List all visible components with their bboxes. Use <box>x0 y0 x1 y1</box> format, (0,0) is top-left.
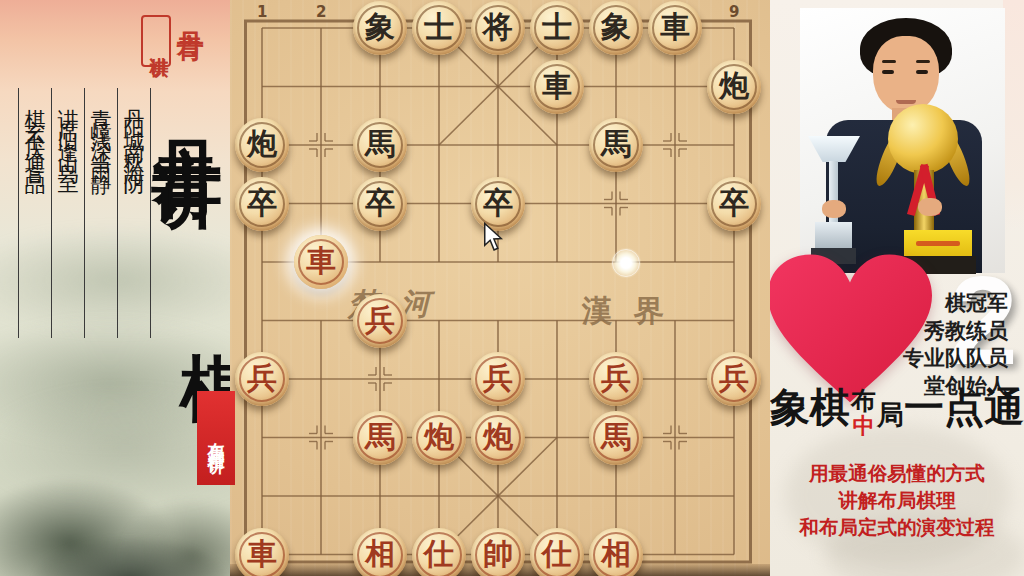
mouse-cursor <box>482 222 504 252</box>
piece-character: 士 <box>542 12 572 42</box>
piece-character: 相 <box>601 539 631 569</box>
video-frame: 丹青 讲棋 丹青讲 棋 丹阳城南秋海阴 青嶂浅深当雨静 讲席旧逢山鸟至 棋玄不厌… <box>0 0 1024 576</box>
tagline-line: 用最通俗易懂的方式 <box>770 460 1024 487</box>
tagline-block: 用最通俗易懂的方式 讲解布局棋理 和布局定式的演变过程 <box>770 460 1024 541</box>
piece-character: 車 <box>306 246 336 276</box>
xiangqi-piece-red[interactable]: 車 <box>294 235 348 289</box>
piece-character: 車 <box>542 71 572 101</box>
xiangqi-piece-black[interactable]: 象 <box>353 1 407 55</box>
river-label-han: 漢界 <box>582 291 686 332</box>
xiangqi-piece-black[interactable]: 車 <box>530 60 584 114</box>
xiangqi-piece-red[interactable]: 兵 <box>235 352 289 406</box>
piece-character: 馬 <box>601 422 631 452</box>
piece-character: 炮 <box>483 422 513 452</box>
xiangqi-piece-red[interactable]: 仕 <box>530 528 584 576</box>
presenter-face <box>916 70 928 74</box>
piece-character: 象 <box>365 12 395 42</box>
panel-edge-tint <box>1003 0 1024 230</box>
piece-character: 兵 <box>483 363 513 393</box>
piece-character: 仕 <box>424 539 454 569</box>
program-title-part: 象棋 <box>770 388 850 428</box>
program-title-part: 一点通 <box>904 388 1024 428</box>
xiangqi-piece-red[interactable]: 兵 <box>707 352 761 406</box>
poem-columns: 丹阳城南秋海阴 青嶂浅深当雨静 讲席旧逢山鸟至 棋玄不厌通高品 <box>18 88 151 338</box>
xiangqi-piece-red[interactable]: 相 <box>589 528 643 576</box>
xiangqi-piece-red[interactable]: 炮 <box>471 411 525 465</box>
column-label: 2 <box>316 3 326 21</box>
xiangqi-piece-red[interactable]: 馬 <box>353 411 407 465</box>
piece-character: 卒 <box>365 188 395 218</box>
piece-character: 卒 <box>483 188 513 218</box>
poem-line: 丹阳城南秋海阴 <box>118 88 151 338</box>
piece-character: 象 <box>601 12 631 42</box>
poem-line: 青嶂浅深当雨静 <box>85 88 118 338</box>
xiangqi-piece-black[interactable]: 将 <box>471 1 525 55</box>
xiangqi-piece-black[interactable]: 卒 <box>235 177 289 231</box>
piece-character: 馬 <box>365 129 395 159</box>
piece-character: 仕 <box>542 539 572 569</box>
presenter-photo <box>800 8 1005 273</box>
xiangqi-piece-black[interactable]: 馬 <box>589 118 643 172</box>
piece-character: 炮 <box>247 129 277 159</box>
piece-character: 兵 <box>365 305 395 335</box>
seal-stamp: 丹青 <box>176 10 203 16</box>
piece-character: 士 <box>424 12 454 42</box>
presenter-face <box>882 70 894 74</box>
poem-line: 棋玄不厌通高品 <box>19 88 52 338</box>
piece-character: 将 <box>483 12 513 42</box>
piece-character: 兵 <box>247 363 277 393</box>
right-promo-panel: 2 棋冠军 秀教练员 专业队队员 堂创始人 象棋 布 中 局 一点通 <box>770 0 1024 576</box>
xiangqi-piece-red[interactable]: 兵 <box>471 352 525 406</box>
piece-character: 兵 <box>601 363 631 393</box>
program-title-seal-char: 中 <box>853 415 875 437</box>
xiangqi-piece-black[interactable]: 車 <box>648 1 702 55</box>
xiangqi-piece-red[interactable]: 帥 <box>471 528 525 576</box>
piece-character: 車 <box>660 12 690 42</box>
xiangqi-piece-black[interactable]: 卒 <box>707 177 761 231</box>
presenter-hand <box>918 198 942 216</box>
xiangqi-board[interactable]: 楚河 漢界 123456789象士将士象車車炮炮馬馬卒卒卒卒車兵兵兵兵兵馬炮炮馬… <box>230 0 770 576</box>
xiangqi-piece-black[interactable]: 卒 <box>353 177 407 231</box>
crystal-trophy <box>815 222 852 248</box>
xiangqi-piece-black[interactable]: 士 <box>412 1 466 55</box>
piece-character: 炮 <box>424 422 454 452</box>
xiangqi-piece-red[interactable]: 炮 <box>412 411 466 465</box>
presenter-face <box>882 60 896 63</box>
piece-character: 卒 <box>247 188 277 218</box>
series-banner: 布局精讲 <box>197 391 235 485</box>
piece-character: 馬 <box>601 129 631 159</box>
program-title-part: 布 中 <box>851 388 876 437</box>
program-title: 象棋 布 中 局 一点通 <box>770 388 1024 437</box>
piece-character: 馬 <box>365 422 395 452</box>
column-label: 9 <box>729 3 739 21</box>
presenter-face <box>916 60 930 63</box>
xiangqi-piece-red[interactable]: 相 <box>353 528 407 576</box>
presenter-face <box>896 100 916 104</box>
xiangqi-piece-red[interactable]: 兵 <box>353 294 407 348</box>
piece-character: 帥 <box>483 539 513 569</box>
xiangqi-piece-black[interactable]: 象 <box>589 1 643 55</box>
presenter-hand <box>822 200 846 218</box>
piece-character: 卒 <box>719 188 749 218</box>
xiangqi-piece-red[interactable]: 仕 <box>412 528 466 576</box>
seal-stamp: 讲棋 <box>141 15 171 67</box>
left-art-panel: 丹青 讲棋 丹青讲 棋 丹阳城南秋海阴 青嶂浅深当雨静 讲席旧逢山鸟至 棋玄不厌… <box>0 0 230 576</box>
xiangqi-piece-red[interactable]: 兵 <box>589 352 643 406</box>
poem-line: 讲席旧逢山鸟至 <box>52 88 85 338</box>
xiangqi-piece-red[interactable]: 馬 <box>589 411 643 465</box>
piece-character: 車 <box>247 539 277 569</box>
xiangqi-piece-black[interactable]: 炮 <box>707 60 761 114</box>
xiangqi-piece-black[interactable]: 士 <box>530 1 584 55</box>
move-sparkle-effect <box>609 246 643 280</box>
xiangqi-piece-black[interactable]: 馬 <box>353 118 407 172</box>
program-title-part: 局 <box>877 402 904 429</box>
piece-character: 炮 <box>719 71 749 101</box>
piece-character: 相 <box>365 539 395 569</box>
tagline-line: 讲解布局棋理 <box>770 487 1024 514</box>
column-label: 1 <box>257 3 267 21</box>
piece-character: 兵 <box>719 363 749 393</box>
tagline-line: 和布局定式的演变过程 <box>770 514 1024 541</box>
xiangqi-piece-red[interactable]: 車 <box>235 528 289 576</box>
xiangqi-piece-black[interactable]: 炮 <box>235 118 289 172</box>
channel-title: 丹青讲 <box>152 84 222 114</box>
board-grid <box>230 0 770 576</box>
program-title-part: 布 <box>851 388 876 413</box>
